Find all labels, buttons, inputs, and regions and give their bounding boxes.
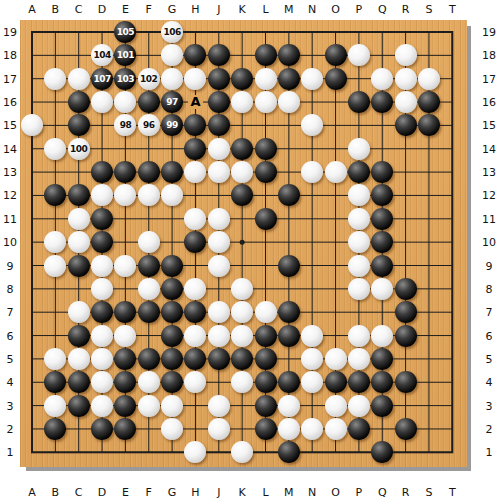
- coord-label-bottom-D: D: [98, 485, 106, 498]
- stone-black-O4[interactable]: [325, 371, 347, 393]
- coord-label-bottom-K: K: [239, 485, 246, 498]
- stone-white-P9[interactable]: [348, 255, 370, 277]
- coord-label-left-9: 9: [7, 259, 14, 272]
- stone-black-D13[interactable]: [91, 161, 113, 183]
- stone-black-J18[interactable]: [208, 44, 230, 66]
- stone-white-J10[interactable]: [208, 231, 230, 253]
- stone-white-J7[interactable]: [208, 301, 230, 323]
- coord-label-bottom-L: L: [262, 485, 268, 498]
- stone-black-M4[interactable]: [278, 371, 300, 393]
- stone-black-L18[interactable]: [255, 44, 277, 66]
- stone-white-P3[interactable]: [348, 395, 370, 417]
- stone-white-P5[interactable]: [348, 348, 370, 370]
- coord-label-top-H: H: [191, 3, 199, 16]
- stone-white-C5[interactable]: [68, 348, 90, 370]
- coord-label-bottom-M: M: [284, 485, 294, 498]
- stone-black-R2[interactable]: [395, 418, 417, 440]
- stone-black-C6[interactable]: [68, 325, 90, 347]
- stone-white-F8[interactable]: [138, 278, 160, 300]
- stone-white-J14[interactable]: [208, 138, 230, 160]
- stone-white-N5[interactable]: [301, 348, 323, 370]
- stone-white-R18[interactable]: [395, 44, 417, 66]
- coord-label-top-J: J: [217, 3, 220, 16]
- stone-black-M1[interactable]: [278, 441, 300, 463]
- stone-white-C7[interactable]: [68, 301, 90, 323]
- coord-label-right-16: 16: [482, 96, 496, 109]
- coord-label-bottom-R: R: [402, 485, 410, 498]
- coord-label-right-14: 14: [482, 142, 496, 155]
- stone-white-D8[interactable]: [91, 278, 113, 300]
- stone-white-G17[interactable]: [161, 68, 183, 90]
- coord-label-left-19: 19: [3, 26, 17, 39]
- coord-label-left-8: 8: [7, 282, 14, 295]
- star-point: [240, 240, 245, 245]
- stone-white-P11[interactable]: [348, 208, 370, 230]
- stone-white-N17[interactable]: [301, 68, 323, 90]
- stone-black-D11[interactable]: [91, 208, 113, 230]
- coord-label-top-M: M: [284, 3, 294, 16]
- stone-black-G8[interactable]: [161, 278, 183, 300]
- stone-white-R16[interactable]: [395, 91, 417, 113]
- stone-white-G2[interactable]: [161, 418, 183, 440]
- stone-white-N2[interactable]: [301, 418, 323, 440]
- stone-white-J13[interactable]: [208, 161, 230, 183]
- stone-white-H17[interactable]: [184, 68, 206, 90]
- stone-white-K6[interactable]: [231, 325, 253, 347]
- coord-label-right-5: 5: [486, 352, 493, 365]
- stone-white-M3[interactable]: [278, 395, 300, 417]
- coord-label-right-12: 12: [482, 189, 496, 202]
- coord-label-left-15: 15: [3, 119, 17, 132]
- coord-label-top-A: A: [28, 3, 36, 16]
- coord-label-top-D: D: [98, 3, 106, 16]
- coord-label-left-16: 16: [3, 96, 17, 109]
- coord-label-right-8: 8: [486, 282, 493, 295]
- stone-black-F16[interactable]: [138, 91, 160, 113]
- stone-white-C14[interactable]: 100: [68, 138, 90, 160]
- stone-white-O2[interactable]: [325, 418, 347, 440]
- stone-black-Q5[interactable]: [371, 348, 393, 370]
- stone-black-M6[interactable]: [278, 325, 300, 347]
- go-diagram: AABBCCDDEEFFGGHHJJKKLLMMNNOOPPQQRRSSTT19…: [0, 0, 500, 500]
- stone-white-Q17[interactable]: [371, 68, 393, 90]
- stone-white-J2[interactable]: [208, 418, 230, 440]
- stone-black-P4[interactable]: [348, 371, 370, 393]
- stone-black-K5[interactable]: [231, 348, 253, 370]
- coord-label-bottom-H: H: [191, 485, 199, 498]
- stone-black-C9[interactable]: [68, 255, 90, 277]
- stone-black-C16[interactable]: [68, 91, 90, 113]
- stone-white-B9[interactable]: [44, 255, 66, 277]
- stone-white-L17[interactable]: [255, 68, 277, 90]
- stone-white-F10[interactable]: [138, 231, 160, 253]
- stone-white-D16[interactable]: [91, 91, 113, 113]
- stone-white-G19[interactable]: 106: [161, 21, 183, 43]
- stone-black-L5[interactable]: [255, 348, 277, 370]
- coord-label-right-4: 4: [486, 376, 493, 389]
- coord-label-right-6: 6: [486, 329, 493, 342]
- stone-white-F3[interactable]: [138, 395, 160, 417]
- stone-white-J3[interactable]: [208, 395, 230, 417]
- stone-black-G9[interactable]: [161, 255, 183, 277]
- stone-white-J11[interactable]: [208, 208, 230, 230]
- coord-label-right-10: 10: [482, 236, 496, 249]
- stone-white-D3[interactable]: [91, 395, 113, 417]
- stone-white-O5[interactable]: [325, 348, 347, 370]
- coord-label-right-1: 1: [486, 446, 493, 459]
- stone-white-J9[interactable]: [208, 255, 230, 277]
- stone-black-R6[interactable]: [395, 325, 417, 347]
- coord-label-right-3: 3: [486, 399, 493, 412]
- coord-label-left-2: 2: [7, 422, 14, 435]
- stone-white-C17[interactable]: [68, 68, 90, 90]
- stone-black-Q3[interactable]: [371, 395, 393, 417]
- coord-label-top-R: R: [402, 3, 410, 16]
- stone-black-M9[interactable]: [278, 255, 300, 277]
- stone-black-O17[interactable]: [325, 68, 347, 90]
- coord-label-right-18: 18: [482, 49, 496, 62]
- coord-label-top-N: N: [308, 3, 316, 16]
- stone-black-L2[interactable]: [255, 418, 277, 440]
- coord-label-left-6: 6: [7, 329, 14, 342]
- stone-white-O3[interactable]: [325, 395, 347, 417]
- stone-white-J6[interactable]: [208, 325, 230, 347]
- stone-black-J17[interactable]: [208, 68, 230, 90]
- coord-label-top-S: S: [425, 3, 432, 16]
- stone-black-F7[interactable]: [138, 301, 160, 323]
- coord-label-bottom-E: E: [122, 485, 129, 498]
- stone-white-S17[interactable]: [418, 68, 440, 90]
- coord-label-left-14: 14: [3, 142, 17, 155]
- stone-white-F4[interactable]: [138, 371, 160, 393]
- stone-black-L13[interactable]: [255, 161, 277, 183]
- stone-black-Q11[interactable]: [371, 208, 393, 230]
- coord-label-right-2: 2: [486, 422, 493, 435]
- coord-label-left-12: 12: [3, 189, 17, 202]
- stone-white-O13[interactable]: [325, 161, 347, 183]
- coord-label-left-18: 18: [3, 49, 17, 62]
- stone-black-L11[interactable]: [255, 208, 277, 230]
- stone-white-K8[interactable]: [231, 278, 253, 300]
- stone-white-Q8[interactable]: [371, 278, 393, 300]
- stone-black-L6[interactable]: [255, 325, 277, 347]
- stone-white-R17[interactable]: [395, 68, 417, 90]
- coord-label-top-C: C: [75, 3, 83, 16]
- stone-white-M2[interactable]: [278, 418, 300, 440]
- stone-white-N6[interactable]: [301, 325, 323, 347]
- stone-white-H6[interactable]: [184, 325, 206, 347]
- stone-black-Q9[interactable]: [371, 255, 393, 277]
- coord-label-top-O: O: [331, 3, 340, 16]
- stone-black-E3[interactable]: [114, 395, 136, 417]
- coord-label-top-F: F: [146, 3, 152, 16]
- stone-white-B14[interactable]: [44, 138, 66, 160]
- coord-label-right-13: 13: [482, 166, 496, 179]
- stone-black-D17[interactable]: 107: [91, 68, 113, 90]
- stone-black-R8[interactable]: [395, 278, 417, 300]
- stone-white-B17[interactable]: [44, 68, 66, 90]
- stone-black-P13[interactable]: [348, 161, 370, 183]
- stone-black-J16[interactable]: [208, 91, 230, 113]
- stone-black-C15[interactable]: [68, 114, 90, 136]
- coord-label-bottom-Q: Q: [378, 485, 387, 498]
- stone-black-E17[interactable]: 103: [114, 68, 136, 90]
- coord-label-bottom-S: S: [425, 485, 432, 498]
- coord-label-left-13: 13: [3, 166, 17, 179]
- stone-white-P10[interactable]: [348, 231, 370, 253]
- coord-label-bottom-F: F: [146, 485, 152, 498]
- stone-white-F17[interactable]: 102: [138, 68, 160, 90]
- coord-label-top-Q: Q: [378, 3, 387, 16]
- stone-black-L4[interactable]: [255, 371, 277, 393]
- stone-white-M16[interactable]: [278, 91, 300, 113]
- coord-label-left-11: 11: [3, 212, 17, 225]
- coord-label-bottom-A: A: [28, 485, 36, 498]
- stone-black-S16[interactable]: [418, 91, 440, 113]
- stone-white-P14[interactable]: [348, 138, 370, 160]
- coord-label-bottom-B: B: [52, 485, 60, 498]
- stone-white-E6[interactable]: [114, 325, 136, 347]
- coord-label-right-11: 11: [482, 212, 496, 225]
- stone-black-G16[interactable]: 97: [161, 91, 183, 113]
- stone-white-P8[interactable]: [348, 278, 370, 300]
- stone-black-R15[interactable]: [395, 114, 417, 136]
- stone-white-L16[interactable]: [255, 91, 277, 113]
- coord-label-bottom-J: J: [217, 485, 220, 498]
- coord-label-left-10: 10: [3, 236, 17, 249]
- stone-white-B3[interactable]: [44, 395, 66, 417]
- coord-label-left-4: 4: [7, 376, 14, 389]
- stone-black-G5[interactable]: [161, 348, 183, 370]
- stone-black-F13[interactable]: [138, 161, 160, 183]
- stone-black-M7[interactable]: [278, 301, 300, 323]
- coord-label-right-17: 17: [482, 72, 496, 85]
- coord-label-left-5: 5: [7, 352, 14, 365]
- coord-label-bottom-O: O: [331, 485, 340, 498]
- stone-black-L14[interactable]: [255, 138, 277, 160]
- coord-label-top-L: L: [262, 3, 268, 16]
- stone-white-G3[interactable]: [161, 395, 183, 417]
- coord-label-bottom-T: T: [449, 485, 456, 498]
- annotation-A[interactable]: A: [188, 95, 202, 109]
- coord-label-left-17: 17: [3, 72, 17, 85]
- stone-black-F9[interactable]: [138, 255, 160, 277]
- stone-white-C11[interactable]: [68, 208, 90, 230]
- coord-label-top-P: P: [356, 3, 363, 16]
- stone-white-D5[interactable]: [91, 348, 113, 370]
- stone-white-D9[interactable]: [91, 255, 113, 277]
- coord-label-top-E: E: [122, 3, 129, 16]
- stone-black-P2[interactable]: [348, 418, 370, 440]
- coord-label-bottom-P: P: [356, 485, 363, 498]
- stone-black-C12[interactable]: [68, 184, 90, 206]
- coord-label-bottom-C: C: [75, 485, 83, 498]
- stone-black-G6[interactable]: [161, 325, 183, 347]
- stone-white-F15[interactable]: 96: [138, 114, 160, 136]
- stone-black-C3[interactable]: [68, 395, 90, 417]
- coord-label-bottom-G: G: [168, 485, 177, 498]
- coord-label-left-3: 3: [7, 399, 14, 412]
- coord-label-top-T: T: [449, 3, 456, 16]
- stone-black-D2[interactable]: [91, 418, 113, 440]
- stone-black-K14[interactable]: [231, 138, 253, 160]
- stone-white-C10[interactable]: [68, 231, 90, 253]
- stone-black-L3[interactable]: [255, 395, 277, 417]
- coord-label-bottom-N: N: [308, 485, 316, 498]
- coord-label-right-19: 19: [482, 26, 496, 39]
- stone-black-O18[interactable]: [325, 44, 347, 66]
- coord-label-top-K: K: [239, 3, 246, 16]
- coord-label-left-7: 7: [7, 306, 14, 319]
- stone-white-P6[interactable]: [348, 325, 370, 347]
- stone-black-R7[interactable]: [395, 301, 417, 323]
- stone-white-L7[interactable]: [255, 301, 277, 323]
- stone-white-Q6[interactable]: [371, 325, 393, 347]
- stone-black-P16[interactable]: [348, 91, 370, 113]
- stone-black-C4[interactable]: [68, 371, 90, 393]
- stone-black-R4[interactable]: [395, 371, 417, 393]
- coord-label-top-G: G: [168, 3, 177, 16]
- stone-black-F5[interactable]: [138, 348, 160, 370]
- coord-label-left-1: 1: [7, 446, 14, 459]
- stone-white-E9[interactable]: [114, 255, 136, 277]
- stone-black-M17[interactable]: [278, 68, 300, 90]
- coord-label-right-9: 9: [486, 259, 493, 272]
- stone-black-J5[interactable]: [208, 348, 230, 370]
- coord-label-right-15: 15: [482, 119, 496, 132]
- stone-black-K17[interactable]: [231, 68, 253, 90]
- stone-white-D6[interactable]: [91, 325, 113, 347]
- coord-label-right-7: 7: [486, 306, 493, 319]
- coord-label-top-B: B: [52, 3, 60, 16]
